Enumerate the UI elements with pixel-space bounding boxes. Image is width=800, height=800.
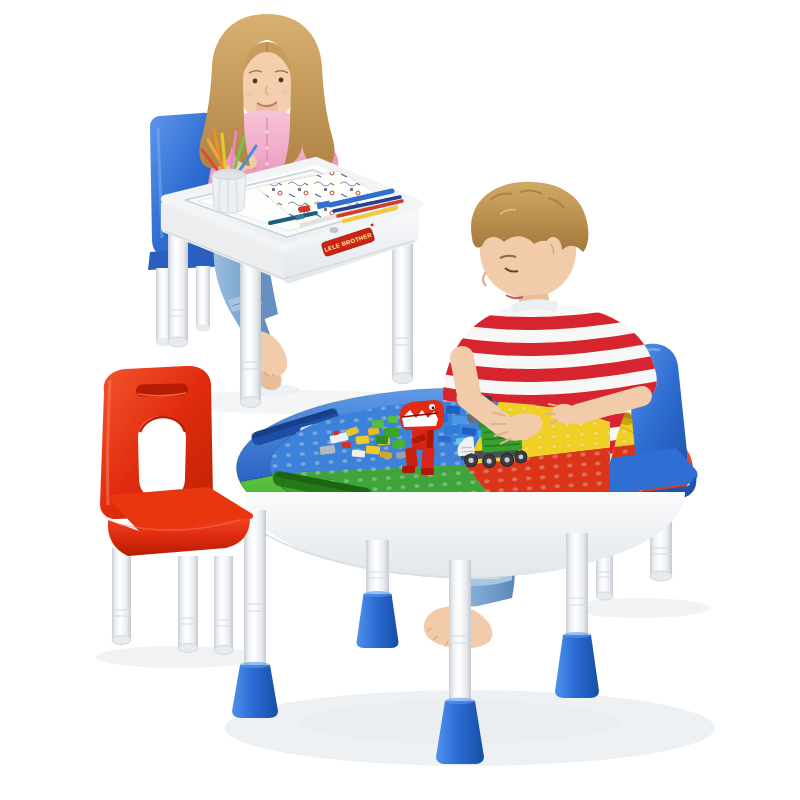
dino-foot [421,468,434,475]
activity-table-leg-front [240,258,261,402]
girl-sweater-button [265,162,269,166]
brick [438,436,451,443]
dino-leg [405,447,418,468]
dino-eye [429,404,435,410]
table-leg-front-left [244,510,266,668]
brick [352,449,366,457]
brick [446,405,461,414]
leg-cap [214,646,233,655]
blue-pen-band [296,216,304,218]
shadow-blue-chair [570,598,710,618]
dino-leg [421,448,435,471]
brick [452,416,467,425]
scene-svg: LELE BROTHER [0,0,800,800]
brick [388,415,399,423]
girl-cheek [282,90,290,95]
blue-foot-front-left [232,665,278,718]
table-leg-right [566,533,588,639]
leg-cap [596,592,613,600]
boy-nose [483,272,486,286]
product-photo: LELE BROTHER [0,0,800,800]
blue-foot-back-left [357,594,399,648]
dino-pupil [432,407,435,410]
foot-top [445,698,475,704]
dino-body-shade [427,428,434,448]
girl-chair-leg-2 [196,266,210,328]
red-chair-leg [112,548,131,640]
blue-foot-right [555,635,599,698]
brick [366,446,381,455]
brick [396,452,406,459]
leg-cap [650,571,672,581]
girl-right-eye [279,78,284,83]
red-chair-leg [178,556,198,648]
brick [356,435,370,444]
foot-top [364,591,392,597]
foot-top [563,632,591,638]
table-leg-front-center [449,560,471,706]
red-chair-cutout [138,416,186,500]
cup-rim [213,171,245,180]
girl-sweater-button [265,146,269,150]
brick [372,419,385,428]
tabletop-latch [330,227,339,233]
activity-table-leg-left [168,226,188,342]
girl-cheek [246,92,254,97]
leg-cap [168,337,188,347]
leg-cap [112,636,131,645]
brick [384,428,400,438]
girl-chair-leg-cap-2 [196,325,210,332]
red-chair-leg [214,556,233,650]
leg-cap [178,644,198,653]
leg-cap [392,373,413,384]
brick [444,425,461,434]
foot-top [240,662,270,668]
girl-left-eye [253,79,258,84]
brick [376,436,389,445]
brick [342,442,351,449]
dino-foot [402,466,415,473]
girl-sweater-button [265,130,269,134]
leg-cap [240,397,261,408]
